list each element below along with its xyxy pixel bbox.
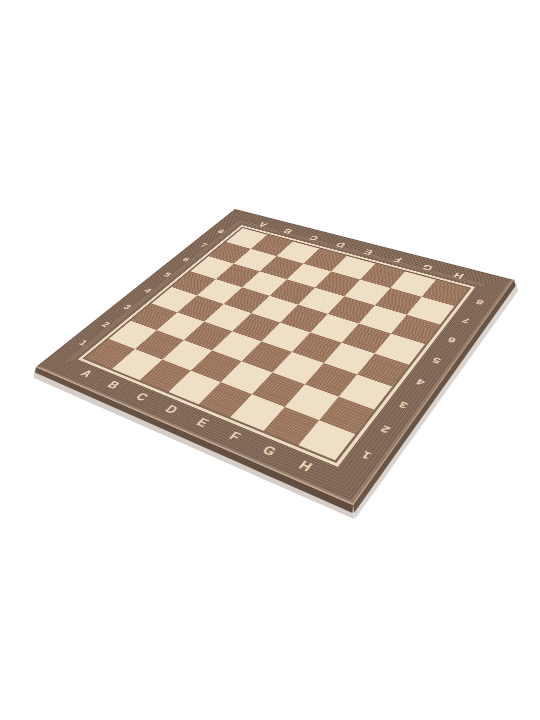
product-photo: AA11BB22CC33DD44EE55FF66GG77HH88 xyxy=(0,0,540,720)
chessboard: AA11BB22CC33DD44EE55FF66GG77HH88 xyxy=(36,209,514,505)
